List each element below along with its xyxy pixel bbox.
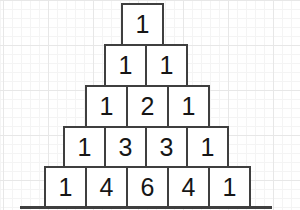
pyramid-cell-r3c3: 1 (167, 85, 210, 128)
pyramid-cell-r5c1: 1 (44, 166, 87, 209)
pyramid-cell-r4c3: 3 (145, 126, 188, 169)
pyramid-cell-r4c4: 1 (186, 126, 229, 169)
pyramid-row-2: 11 (104, 44, 188, 87)
pyramid-row-1: 1 (121, 3, 164, 46)
pyramid-cell-r4c2: 3 (104, 126, 147, 169)
baseline (20, 206, 272, 209)
pyramid-row-4: 1331 (63, 126, 229, 169)
pyramid-cell-r5c2: 4 (85, 166, 128, 209)
pyramid-cell-r5c4: 4 (167, 166, 210, 209)
pyramid-cell-r2c2: 1 (145, 44, 188, 87)
pyramid-cell-r5c5: 1 (208, 166, 251, 209)
pyramid-cell-r3c1: 1 (85, 85, 128, 128)
pyramid-cell-r5c3: 6 (126, 166, 169, 209)
pyramid-cell-r3c2: 2 (126, 85, 169, 128)
pyramid-row-5: 14641 (44, 166, 251, 209)
pyramid-cell-r4c1: 1 (63, 126, 106, 169)
graph-paper: 111121133114641 (0, 0, 300, 210)
pyramid-cell-r2c1: 1 (104, 44, 147, 87)
pyramid: 111121133114641 (0, 0, 300, 210)
pyramid-row-3: 121 (85, 85, 210, 128)
pyramid-cell-r1c1: 1 (121, 3, 164, 46)
